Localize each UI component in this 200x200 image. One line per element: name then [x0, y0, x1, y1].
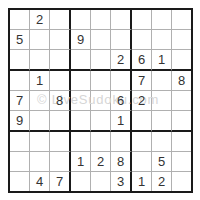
given-digit: 7: [56, 174, 63, 189]
sudoku-cell-r7c2[interactable]: [30, 132, 50, 152]
given-digit: 7: [16, 93, 23, 108]
given-digit: 2: [117, 52, 124, 67]
sudoku-cell-r2c5[interactable]: [91, 30, 111, 50]
sudoku-cell-r6c4[interactable]: [71, 111, 91, 132]
given-digit: 2: [138, 93, 145, 108]
sudoku-cell-r2c1[interactable]: 5: [10, 30, 30, 50]
sudoku-cell-r6c1[interactable]: 9: [10, 111, 30, 132]
sudoku-cell-r6c2[interactable]: [30, 111, 50, 132]
sudoku-cell-r3c5[interactable]: [91, 50, 111, 71]
sudoku-cell-r7c4[interactable]: [71, 132, 91, 152]
sudoku-row: 1285: [10, 152, 191, 172]
given-digit: 6: [138, 52, 145, 67]
sudoku-cell-r4c6[interactable]: [111, 71, 132, 91]
sudoku-row: 7862: [10, 91, 191, 111]
sudoku-cell-r7c6[interactable]: [111, 132, 132, 152]
sudoku-cell-r3c2[interactable]: [30, 50, 50, 71]
sudoku-cell-r4c2[interactable]: 1: [30, 71, 50, 91]
sudoku-cell-r4c8[interactable]: [152, 71, 172, 91]
sudoku-cell-r6c6[interactable]: 1: [111, 111, 132, 132]
sudoku-cell-r1c7[interactable]: [132, 10, 152, 30]
sudoku-cell-r8c9[interactable]: [172, 152, 191, 172]
sudoku-cell-r1c9[interactable]: [172, 10, 191, 30]
sudoku-cell-r1c1[interactable]: [10, 10, 30, 30]
sudoku-cell-r9c5[interactable]: [91, 172, 111, 191]
sudoku-cell-r9c9[interactable]: [172, 172, 191, 191]
sudoku-cell-r3c7[interactable]: 6: [132, 50, 152, 71]
sudoku-cell-r1c6[interactable]: [111, 10, 132, 30]
given-digit: 1: [117, 113, 124, 128]
sudoku-cell-r6c9[interactable]: [172, 111, 191, 132]
sudoku-cell-r8c1[interactable]: [10, 152, 30, 172]
sudoku-cell-r8c7[interactable]: [132, 152, 152, 172]
sudoku-cell-r9c3[interactable]: 7: [50, 172, 71, 191]
sudoku-cell-r2c6[interactable]: [111, 30, 132, 50]
sudoku-cell-r6c5[interactable]: [91, 111, 111, 132]
given-digit: 8: [117, 154, 124, 169]
sudoku-row: 59: [10, 30, 191, 50]
sudoku-cell-r5c9[interactable]: [172, 91, 191, 111]
sudoku-cell-r4c3[interactable]: [50, 71, 71, 91]
sudoku-cell-r9c4[interactable]: [71, 172, 91, 191]
sudoku-cell-r2c3[interactable]: [50, 30, 71, 50]
given-digit: 1: [77, 154, 84, 169]
given-digit: 5: [158, 154, 165, 169]
sudoku-cell-r4c9[interactable]: 8: [172, 71, 191, 91]
sudoku-cell-r1c2[interactable]: 2: [30, 10, 50, 30]
given-digit: 3: [117, 174, 124, 189]
sudoku-cell-r4c5[interactable]: [91, 71, 111, 91]
sudoku-cell-r5c1[interactable]: 7: [10, 91, 30, 111]
sudoku-cell-r6c8[interactable]: [152, 111, 172, 132]
sudoku-row: [10, 132, 191, 152]
given-digit: 9: [16, 113, 23, 128]
sudoku-cell-r6c7[interactable]: [132, 111, 152, 132]
sudoku-cell-r3c4[interactable]: [71, 50, 91, 71]
sudoku-cell-r5c3[interactable]: 8: [50, 91, 71, 111]
sudoku-cell-r9c2[interactable]: 4: [30, 172, 50, 191]
sudoku-cell-r1c3[interactable]: [50, 10, 71, 30]
sudoku-cell-r8c4[interactable]: 1: [71, 152, 91, 172]
sudoku-cell-r1c5[interactable]: [91, 10, 111, 30]
sudoku-cell-r3c8[interactable]: 1: [152, 50, 172, 71]
given-digit: 2: [158, 174, 165, 189]
sudoku-cell-r5c7[interactable]: 2: [132, 91, 152, 111]
sudoku-cell-r8c5[interactable]: 2: [91, 152, 111, 172]
sudoku-cell-r1c4[interactable]: [71, 10, 91, 30]
sudoku-cell-r1c8[interactable]: [152, 10, 172, 30]
given-digit: 8: [178, 73, 185, 88]
given-digit: 7: [138, 73, 145, 88]
given-digit: 5: [16, 32, 23, 47]
sudoku-cell-r5c2[interactable]: [30, 91, 50, 111]
sudoku-cell-r7c3[interactable]: [50, 132, 71, 152]
sudoku-cell-r2c2[interactable]: [30, 30, 50, 50]
sudoku-cell-r3c6[interactable]: 2: [111, 50, 132, 71]
sudoku-cell-r8c8[interactable]: 5: [152, 152, 172, 172]
sudoku-cell-r5c6[interactable]: 6: [111, 91, 132, 111]
sudoku-cell-r2c7[interactable]: [132, 30, 152, 50]
sudoku-cell-r2c9[interactable]: [172, 30, 191, 50]
sudoku-cell-r4c4[interactable]: [71, 71, 91, 91]
sudoku-cell-r7c7[interactable]: [132, 132, 152, 152]
sudoku-cell-r7c9[interactable]: [172, 132, 191, 152]
sudoku-cell-r9c1[interactable]: [10, 172, 30, 191]
given-digit: 1: [158, 52, 165, 67]
sudoku-cell-r9c7[interactable]: 1: [132, 172, 152, 191]
given-digit: 2: [97, 154, 104, 169]
sudoku-cell-r7c5[interactable]: [91, 132, 111, 152]
sudoku-cell-r9c8[interactable]: 2: [152, 172, 172, 191]
sudoku-cell-r4c1[interactable]: [10, 71, 30, 91]
sudoku-cell-r2c4[interactable]: 9: [71, 30, 91, 50]
given-digit: 6: [117, 93, 124, 108]
sudoku-cell-r3c9[interactable]: [172, 50, 191, 71]
sudoku-row: 178: [10, 71, 191, 91]
sudoku-cell-r2c8[interactable]: [152, 30, 172, 50]
sudoku-cell-r5c8[interactable]: [152, 91, 172, 111]
sudoku-board: 259261178786291128547312: [8, 8, 193, 193]
sudoku-cell-r3c1[interactable]: [10, 50, 30, 71]
sudoku-cell-r6c3[interactable]: [50, 111, 71, 132]
sudoku-cell-r3c3[interactable]: [50, 50, 71, 71]
given-digit: 9: [77, 32, 84, 47]
sudoku-cell-r9c6[interactable]: 3: [111, 172, 132, 191]
sudoku-cell-r5c5[interactable]: [91, 91, 111, 111]
sudoku-cell-r7c8[interactable]: [152, 132, 172, 152]
sudoku-row: 261: [10, 50, 191, 71]
sudoku-cell-r7c1[interactable]: [10, 132, 30, 152]
sudoku-cell-r8c2[interactable]: [30, 152, 50, 172]
sudoku-cell-r8c3[interactable]: [50, 152, 71, 172]
given-digit: 1: [138, 174, 145, 189]
sudoku-page: 259261178786291128547312 © LiveSudoku.co…: [0, 0, 200, 200]
given-digit: 4: [36, 174, 43, 189]
sudoku-cell-r4c7[interactable]: 7: [132, 71, 152, 91]
sudoku-cell-r8c6[interactable]: 8: [111, 152, 132, 172]
sudoku-row: 91: [10, 111, 191, 132]
sudoku-row: 2: [10, 10, 191, 30]
sudoku-cell-r5c4[interactable]: [71, 91, 91, 111]
given-digit: 8: [56, 93, 63, 108]
given-digit: 2: [36, 12, 43, 27]
sudoku-row: 47312: [10, 172, 191, 191]
given-digit: 1: [36, 73, 43, 88]
